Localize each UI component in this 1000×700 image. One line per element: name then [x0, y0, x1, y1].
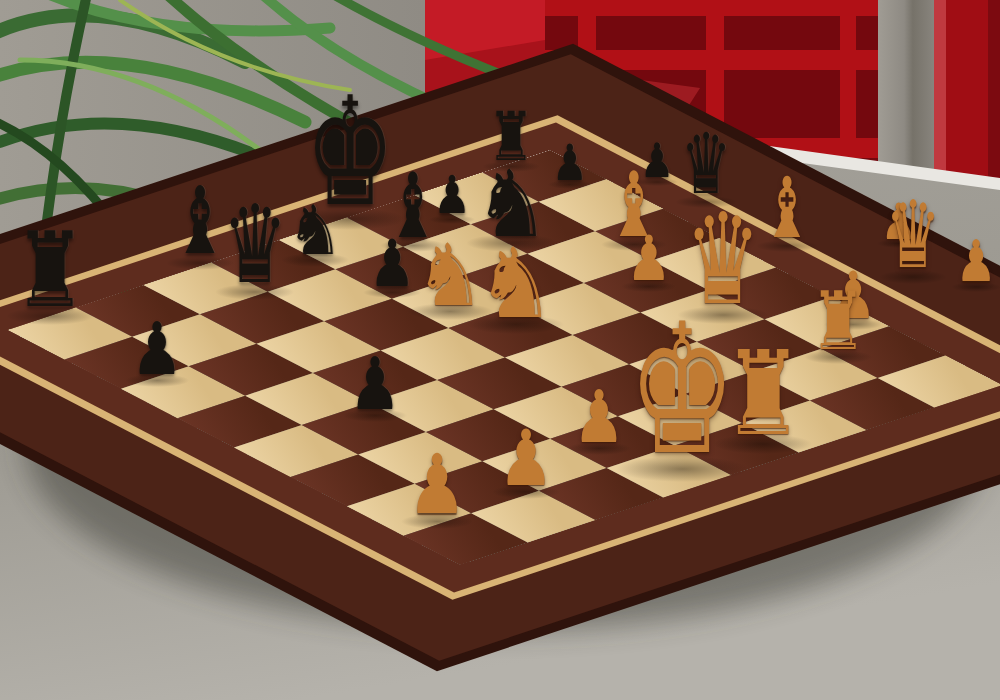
pawn-glyph: ♟ — [369, 231, 416, 296]
white-knight-e5[interactable]: ♞ — [477, 244, 556, 332]
pawn-glyph: ♟ — [349, 348, 401, 421]
white-pawn-a2[interactable]: ♟ — [407, 461, 466, 527]
king-glyph: ♚ — [628, 300, 736, 480]
black-pawn-b4[interactable]: ♟ — [349, 362, 401, 420]
white-rook-h2[interactable]: ♜ — [810, 300, 866, 362]
pawn-glyph: ♟ — [131, 313, 183, 386]
pawn-glyph: ♟ — [955, 233, 996, 291]
black-pawn-a6[interactable]: ♟ — [131, 327, 183, 385]
queen-glyph: ♛ — [223, 190, 288, 298]
captured-white-pawn[interactable]: ♟ — [955, 244, 996, 290]
bishop-glyph: ♝ — [762, 166, 812, 250]
black-pawn-h8[interactable]: ♟ — [552, 147, 588, 187]
bishop-glyph: ♝ — [172, 175, 228, 268]
pawn-glyph: ♟ — [627, 228, 672, 291]
rook-glyph: ♜ — [810, 281, 866, 362]
pawn-glyph: ♟ — [552, 137, 588, 187]
pawn-glyph: ♟ — [407, 445, 466, 528]
knight-glyph: ♞ — [477, 235, 556, 332]
white-pawn-b2[interactable]: ♟ — [498, 435, 554, 497]
white-pawn-g5[interactable]: ♟ — [627, 240, 672, 290]
black-knight-e8[interactable]: ♞ — [287, 203, 343, 265]
white-knight-e6[interactable]: ♞ — [415, 240, 485, 318]
chessboard-photo-scene: ♜♟♝♛♞♚♝♟♟♟♞♟♞♞♝♟♛♟♜♟♟♟♚♜♜♟♛♝♟♛♟ { "game"… — [0, 0, 1000, 700]
black-queen-c7[interactable]: ♛ — [223, 226, 288, 298]
knight-glyph: ♞ — [415, 232, 485, 318]
black-pawn-e7[interactable]: ♟ — [369, 244, 416, 296]
black-bishop-c8[interactable]: ♝ — [172, 206, 228, 268]
pawn-glyph: ♟ — [498, 420, 554, 498]
white-pawn-d2[interactable]: ♟ — [573, 395, 625, 453]
white-king-d1[interactable]: ♚ — [628, 360, 736, 480]
captured-white-bishop[interactable]: ♝ — [762, 194, 812, 250]
rook-glyph: ♜ — [14, 219, 86, 323]
captured-white-queen[interactable]: ♛ — [885, 220, 941, 282]
black-rook-a8[interactable]: ♜ — [14, 243, 86, 323]
pawn-glyph: ♟ — [573, 381, 625, 454]
knight-glyph: ♞ — [287, 197, 343, 265]
queen-glyph: ♛ — [885, 189, 941, 282]
